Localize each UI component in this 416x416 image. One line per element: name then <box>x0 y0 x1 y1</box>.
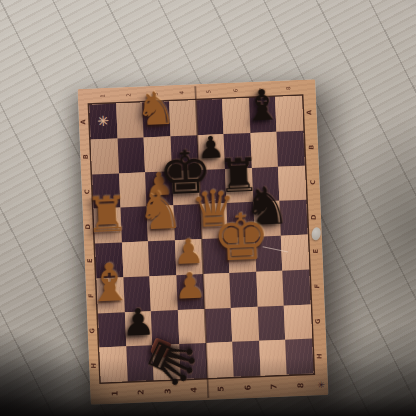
square-e8[interactable] <box>281 235 309 271</box>
coord-top-1: 1 <box>89 90 116 103</box>
square-g6[interactable] <box>231 306 259 342</box>
coord-right-H: H <box>314 338 325 373</box>
piece-white-knight-d3[interactable]: ♞ <box>136 184 185 238</box>
coord-left-H: H <box>89 348 98 383</box>
coord-right-F: F <box>311 269 322 304</box>
piece-white-king-e6[interactable]: ♚ <box>211 204 272 271</box>
square-b8[interactable] <box>277 130 305 166</box>
coord-left-G: G <box>88 313 97 348</box>
piece-black-bishop-a7[interactable]: ♝ <box>243 84 283 128</box>
piece-white-pawn-f4[interactable]: ♟ <box>173 267 206 304</box>
coord-right-G: G <box>313 304 324 339</box>
square-h1[interactable] <box>99 347 127 383</box>
square-h8[interactable] <box>286 339 314 375</box>
chess-board[interactable]: ✳✳1234567812345678ABCDEFGHABCDEFGH♞♟♜♞♛♟… <box>77 79 328 405</box>
square-h7[interactable] <box>259 340 287 376</box>
coord-top-5: 5 <box>195 85 222 98</box>
piece-white-rook-d1[interactable]: ♜ <box>84 190 129 240</box>
square-a1[interactable] <box>89 104 117 140</box>
border-star-bottom-right: ✳ <box>317 380 325 390</box>
coord-left-B: B <box>81 139 90 174</box>
square-g7[interactable] <box>257 305 285 341</box>
coord-right-C: C <box>307 165 318 200</box>
square-g5[interactable] <box>204 307 232 343</box>
square-f6[interactable] <box>229 272 257 308</box>
coord-bottom-7: 7 <box>261 378 288 395</box>
coord-bottom-2: 2 <box>128 383 155 400</box>
piece-white-knight-a3[interactable]: ♞ <box>134 86 177 134</box>
square-h6[interactable] <box>232 341 260 377</box>
coord-right-B: B <box>305 130 316 165</box>
coord-bottom-5: 5 <box>207 380 234 397</box>
putty-smudge <box>310 226 322 241</box>
coord-bottom-6: 6 <box>234 379 261 396</box>
square-f8[interactable] <box>283 269 311 305</box>
square-g8[interactable] <box>284 304 312 340</box>
square-b1[interactable] <box>91 138 119 174</box>
coord-left-A: A <box>79 105 88 140</box>
square-f5[interactable] <box>203 273 231 309</box>
coord-bottom-8: 8 <box>287 376 314 393</box>
coord-bottom-1: 1 <box>101 384 128 401</box>
square-b2[interactable] <box>117 137 145 173</box>
square-f7[interactable] <box>256 270 284 306</box>
photo-scene: ✳✳1234567812345678ABCDEFGHABCDEFGH♞♟♜♞♛♟… <box>0 0 416 416</box>
coord-right-A: A <box>304 95 315 130</box>
